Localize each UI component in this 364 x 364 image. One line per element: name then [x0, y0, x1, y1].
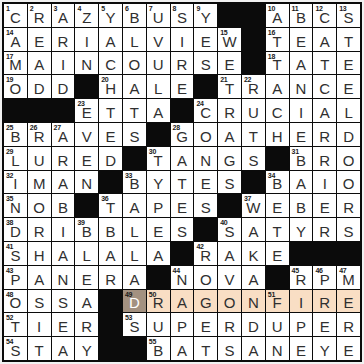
cell-r3c15[interactable]: E — [337, 52, 360, 75]
cell-r8c13[interactable]: A — [290, 171, 313, 194]
cell-r15c11[interactable]: A — [242, 337, 265, 360]
cell-r7c10[interactable]: G — [218, 147, 241, 170]
cell-r7c1[interactable]: 29L — [4, 147, 27, 170]
cell-r10c14[interactable]: R — [313, 218, 336, 241]
cell-r13c7[interactable]: 50R — [147, 290, 170, 313]
cell-letter: R — [337, 319, 360, 334]
cell-r6c12[interactable]: H — [266, 123, 289, 146]
cell-r1c1[interactable]: 1C — [4, 4, 27, 27]
cell-r4c15[interactable]: E — [337, 75, 360, 98]
cell-r14c7[interactable]: U — [147, 313, 170, 336]
cell-r6c8[interactable]: 28G — [171, 123, 194, 146]
cell-r4c1[interactable]: 19O — [4, 75, 27, 98]
cell-r12c14[interactable]: 46P — [313, 266, 336, 289]
cell-r12c2[interactable]: A — [28, 266, 51, 289]
cell-r9c10 — [218, 194, 241, 217]
cell-r12c6[interactable]: A — [123, 266, 146, 289]
cell-r3c1[interactable]: 17M — [4, 52, 27, 75]
cell-r5c10[interactable]: R — [218, 99, 241, 122]
cell-letter: E — [337, 57, 360, 72]
cell-r14c8[interactable]: P — [171, 313, 194, 336]
cell-letter: R — [313, 295, 336, 310]
cell-letter: I — [171, 34, 194, 49]
cell-r14c9[interactable]: E — [194, 313, 217, 336]
cell-letter: Y — [99, 10, 122, 25]
cell-letter: M — [337, 272, 360, 287]
cell-letter: I — [4, 176, 27, 191]
cell-r15c14[interactable]: Y — [313, 337, 336, 360]
cell-r7c12 — [266, 147, 289, 170]
cell-r11c5[interactable]: A — [99, 242, 122, 265]
cell-letter: L — [75, 248, 98, 263]
cell-r1c13[interactable]: 11B — [290, 4, 313, 27]
cell-r11c12[interactable]: E — [266, 242, 289, 265]
cell-r3c9[interactable]: S — [194, 52, 217, 75]
cell-letter: E — [194, 176, 217, 191]
cell-letter: S — [28, 295, 51, 310]
cell-letter: T — [99, 105, 122, 120]
cell-r9c13[interactable]: B — [290, 194, 313, 217]
cell-letter: Y — [290, 224, 313, 239]
cell-letter: B — [99, 224, 122, 239]
cell-r6c9[interactable]: O — [194, 123, 217, 146]
cell-letter: R — [171, 57, 194, 72]
cell-r8c10[interactable]: S — [218, 171, 241, 194]
cell-r1c10 — [218, 4, 241, 27]
cell-r9c1[interactable]: 35N — [4, 194, 27, 217]
cell-r10c2[interactable]: R — [28, 218, 51, 241]
cell-r7c11[interactable]: S — [242, 147, 265, 170]
cell-r2c4[interactable]: I — [75, 28, 98, 51]
cell-r2c14[interactable]: A — [313, 28, 336, 51]
cell-letter: T — [171, 176, 194, 191]
cell-letter: A — [266, 10, 289, 25]
cell-r13c9[interactable]: G — [194, 290, 217, 313]
cell-letter: R — [52, 34, 75, 49]
cell-r10c5[interactable]: B — [99, 218, 122, 241]
cell-r10c7[interactable]: E — [147, 218, 170, 241]
cell-letter: R — [313, 224, 336, 239]
cell-letter: A — [171, 153, 194, 168]
cell-letter: D — [4, 224, 27, 239]
cell-letter: T — [266, 57, 289, 72]
cell-letter: A — [218, 129, 241, 144]
cell-r8c3[interactable]: A — [52, 171, 75, 194]
cell-letter: A — [4, 34, 27, 49]
cell-r12c1[interactable]: 43P — [4, 266, 27, 289]
cell-letter: E — [99, 129, 122, 144]
cell-r1c7[interactable]: 7U — [147, 4, 170, 27]
cell-letter: P — [313, 272, 336, 287]
cell-letter: T — [28, 343, 51, 358]
cell-letter: R — [28, 129, 51, 144]
cell-letter: A — [242, 272, 265, 287]
cell-r10c6[interactable]: L — [123, 218, 146, 241]
cell-r3c12[interactable]: 18T — [266, 52, 289, 75]
cell-r7c15[interactable]: O — [337, 147, 360, 170]
cell-r9c5[interactable]: 36T — [99, 194, 122, 217]
cell-r2c3[interactable]: R — [52, 28, 75, 51]
cell-r11c9[interactable]: 42R — [194, 242, 217, 265]
cell-r8c2[interactable]: M — [28, 171, 51, 194]
cell-r1c4[interactable]: 4Z — [75, 4, 98, 27]
cell-letter: O — [194, 272, 217, 287]
cell-r3c14[interactable]: T — [313, 52, 336, 75]
cell-letter: A — [242, 224, 265, 239]
cell-letter: R — [194, 248, 217, 263]
cell-r12c13[interactable]: 45R — [290, 266, 313, 289]
cell-r9c11[interactable]: 37W — [242, 194, 265, 217]
cell-r13c6[interactable]: 49D — [123, 290, 146, 313]
cell-r2c8[interactable]: I — [171, 28, 194, 51]
cell-r12c15[interactable]: 47M — [337, 266, 360, 289]
cell-r4c9 — [194, 75, 217, 98]
cell-r14c3[interactable]: E — [52, 313, 75, 336]
cell-r10c3[interactable]: I — [52, 218, 75, 241]
cell-r14c2[interactable]: I — [28, 313, 51, 336]
cell-letter: N — [171, 272, 194, 287]
cell-r13c14[interactable]: R — [313, 290, 336, 313]
cell-letter: T — [337, 34, 360, 49]
cell-letter: E — [28, 34, 51, 49]
cell-r12c11[interactable]: A — [242, 266, 265, 289]
cell-r10c10[interactable]: 40S — [218, 218, 241, 241]
cell-r11c6[interactable]: L — [123, 242, 146, 265]
cell-r11c1[interactable]: 41S — [4, 242, 27, 265]
cell-r11c3[interactable]: A — [52, 242, 75, 265]
cell-r2c15[interactable]: T — [337, 28, 360, 51]
cell-r4c7[interactable]: L — [147, 75, 170, 98]
cell-r6c3[interactable]: 27A — [52, 123, 75, 146]
cell-r14c13[interactable]: P — [290, 313, 313, 336]
cell-r8c7[interactable]: Y — [147, 171, 170, 194]
cell-r11c10[interactable]: A — [218, 242, 241, 265]
cell-letter: N — [75, 57, 98, 72]
cell-letter: E — [194, 34, 217, 49]
cell-r5c12[interactable]: C — [266, 99, 289, 122]
cell-r2c2[interactable]: E — [28, 28, 51, 51]
cell-r8c4[interactable]: N — [75, 171, 98, 194]
cell-r6c13[interactable]: E — [290, 123, 313, 146]
cell-letter: U — [242, 105, 265, 120]
cell-r6c6[interactable]: S — [123, 123, 146, 146]
cell-r12c4[interactable]: E — [75, 266, 98, 289]
cell-r14c14[interactable]: E — [313, 313, 336, 336]
cell-r12c3[interactable]: N — [52, 266, 75, 289]
cell-letter: E — [52, 319, 75, 334]
cell-r4c6[interactable]: A — [123, 75, 146, 98]
cell-r6c2[interactable]: 26R — [28, 123, 51, 146]
cell-r1c6[interactable]: 6B — [123, 4, 146, 27]
cell-letter: D — [123, 295, 146, 310]
cell-letter: T — [313, 57, 336, 72]
cell-r15c1[interactable]: 54S — [4, 337, 27, 360]
cell-r11c4[interactable]: L — [75, 242, 98, 265]
cell-r9c15[interactable]: R — [337, 194, 360, 217]
cell-r5c9[interactable]: 24C — [194, 99, 217, 122]
cell-letter: A — [123, 272, 146, 287]
cell-letter: A — [99, 34, 122, 49]
cell-r13c2[interactable]: S — [28, 290, 51, 313]
cell-letter: R — [242, 81, 265, 96]
cell-letter: S — [52, 295, 75, 310]
cell-letter: E — [171, 81, 194, 96]
cell-letter: S — [218, 343, 241, 358]
cell-r7c5[interactable]: D — [99, 147, 122, 170]
cell-letter: O — [337, 176, 360, 191]
cell-r9c12[interactable]: E — [266, 194, 289, 217]
cell-r2c7[interactable]: V — [147, 28, 170, 51]
cell-r9c2[interactable]: O — [28, 194, 51, 217]
cell-r11c2[interactable]: H — [28, 242, 51, 265]
cell-r4c3[interactable]: D — [52, 75, 75, 98]
cell-r15c10[interactable]: S — [218, 337, 241, 360]
cell-letter: E — [337, 81, 360, 96]
cell-r7c9[interactable]: N — [194, 147, 217, 170]
cell-letter: N — [266, 343, 289, 358]
cell-r4c10[interactable]: 21T — [218, 75, 241, 98]
cell-r13c11[interactable]: N — [242, 290, 265, 313]
cell-r8c8[interactable]: T — [171, 171, 194, 194]
cell-r15c7[interactable]: 55B — [147, 337, 170, 360]
cell-r10c12[interactable]: T — [266, 218, 289, 241]
cell-letter: O — [28, 200, 51, 215]
cell-r4c2[interactable]: D — [28, 75, 51, 98]
cell-r13c15[interactable]: E — [337, 290, 360, 313]
cell-r5c7[interactable]: A — [147, 99, 170, 122]
cell-r15c8[interactable]: A — [171, 337, 194, 360]
cell-r4c12[interactable]: A — [266, 75, 289, 98]
cell-letter: C — [99, 57, 122, 72]
cell-r9c6[interactable]: A — [123, 194, 146, 217]
cell-r3c8[interactable]: R — [171, 52, 194, 75]
cell-r11c7[interactable]: A — [147, 242, 170, 265]
cell-r5c4[interactable]: 23E — [75, 99, 98, 122]
cell-letter: P — [290, 319, 313, 334]
cell-letter: I — [290, 105, 313, 120]
cell-r8c15[interactable]: O — [337, 171, 360, 194]
cell-r13c1[interactable]: 48O — [4, 290, 27, 313]
cell-letter: F — [266, 295, 289, 310]
cell-r3c7[interactable]: U — [147, 52, 170, 75]
cell-r9c9[interactable]: S — [194, 194, 217, 217]
cell-r14c6[interactable]: 53S — [123, 313, 146, 336]
cell-letter: C — [313, 10, 336, 25]
cell-r3c6[interactable]: O — [123, 52, 146, 75]
cell-r2c12[interactable]: 16T — [266, 28, 289, 51]
cell-r15c12[interactable]: N — [266, 337, 289, 360]
cell-letter: S — [337, 10, 360, 25]
cell-letter: B — [123, 10, 146, 25]
cell-r8c14[interactable]: I — [313, 171, 336, 194]
cell-r8c12[interactable]: 34B — [266, 171, 289, 194]
cell-r11c11[interactable]: K — [242, 242, 265, 265]
cell-r14c12[interactable]: U — [266, 313, 289, 336]
cell-r14c10[interactable]: R — [218, 313, 241, 336]
cell-r7c2[interactable]: U — [28, 147, 51, 170]
cell-r5c6[interactable]: T — [123, 99, 146, 122]
cell-r3c3[interactable]: I — [52, 52, 75, 75]
cell-letter: C — [313, 81, 336, 96]
cell-r8c9[interactable]: E — [194, 171, 217, 194]
cell-r8c6[interactable]: 33B — [123, 171, 146, 194]
cell-r13c10[interactable]: O — [218, 290, 241, 313]
cell-r9c14[interactable]: E — [313, 194, 336, 217]
cell-letter: A — [52, 343, 75, 358]
cell-r10c15[interactable]: S — [337, 218, 360, 241]
cell-r10c13[interactable]: Y — [290, 218, 313, 241]
cell-letter: O — [4, 295, 27, 310]
cell-r6c1[interactable]: 25B — [4, 123, 27, 146]
cell-letter: N — [194, 153, 217, 168]
cell-letter: H — [266, 129, 289, 144]
cell-r7c8[interactable]: A — [171, 147, 194, 170]
cell-r3c10[interactable]: E — [218, 52, 241, 75]
cell-r4c13[interactable]: N — [290, 75, 313, 98]
cell-r6c11[interactable]: T — [242, 123, 265, 146]
cell-r3c5[interactable]: C — [99, 52, 122, 75]
cell-r1c8[interactable]: 8S — [171, 4, 194, 27]
cell-r2c5[interactable]: A — [99, 28, 122, 51]
cell-r5c13[interactable]: I — [290, 99, 313, 122]
cell-letter: I — [52, 57, 75, 72]
cell-letter: Y — [75, 343, 98, 358]
cell-letter: E — [313, 200, 336, 215]
cell-r1c14[interactable]: 12C — [313, 4, 336, 27]
cell-r12c5[interactable]: R — [99, 266, 122, 289]
cell-letter: C — [194, 105, 217, 120]
cell-r13c8[interactable]: A — [171, 290, 194, 313]
cell-r10c1[interactable]: 38D — [4, 218, 27, 241]
cell-r10c8[interactable]: S — [171, 218, 194, 241]
cell-r3c2[interactable]: A — [28, 52, 51, 75]
cell-r4c11[interactable]: 22R — [242, 75, 265, 98]
cell-letter: W — [218, 34, 241, 49]
cell-r2c13[interactable]: E — [290, 28, 313, 51]
cell-r13c12[interactable]: 51F — [266, 290, 289, 313]
cell-r3c13[interactable]: A — [290, 52, 313, 75]
cell-letter: S — [123, 129, 146, 144]
cell-r15c3[interactable]: A — [52, 337, 75, 360]
cell-r5c14[interactable]: A — [313, 99, 336, 122]
cell-r4c14[interactable]: C — [313, 75, 336, 98]
cell-r12c10[interactable]: V — [218, 266, 241, 289]
cell-r7c4[interactable]: E — [75, 147, 98, 170]
cell-r10c9 — [194, 218, 217, 241]
cell-r12c7 — [147, 266, 170, 289]
cell-r14c11[interactable]: D — [242, 313, 265, 336]
cell-letter: R — [28, 10, 51, 25]
cell-r15c13[interactable]: E — [290, 337, 313, 360]
cell-letter: R — [313, 153, 336, 168]
cell-r5c5[interactable]: T — [99, 99, 122, 122]
cell-r1c12[interactable]: 10A — [266, 4, 289, 27]
cell-letter: E — [147, 224, 170, 239]
cell-letter: M — [4, 57, 27, 72]
cell-r3c4[interactable]: N — [75, 52, 98, 75]
cell-r1c5[interactable]: 5Y — [99, 4, 122, 27]
cell-r1c15[interactable]: 13S — [337, 4, 360, 27]
cell-r2c1[interactable]: 14A — [4, 28, 27, 51]
cell-r15c4[interactable]: Y — [75, 337, 98, 360]
cell-r14c15[interactable]: R — [337, 313, 360, 336]
cell-r2c11 — [242, 28, 265, 51]
cell-letter: E — [266, 200, 289, 215]
cell-letter: E — [75, 105, 98, 120]
cell-letter: B — [123, 176, 146, 191]
cell-letter: H — [99, 81, 122, 96]
cell-letter: N — [52, 272, 75, 287]
cell-r2c9[interactable]: E — [194, 28, 217, 51]
cell-r10c4[interactable]: 39B — [75, 218, 98, 241]
cell-r7c3[interactable]: R — [52, 147, 75, 170]
cell-r4c5[interactable]: 20H — [99, 75, 122, 98]
cell-r6c4[interactable]: V — [75, 123, 98, 146]
cell-r12c8[interactable]: 44N — [171, 266, 194, 289]
cell-letter: B — [290, 10, 313, 25]
cell-r9c3[interactable]: B — [52, 194, 75, 217]
cell-letter: A — [242, 343, 265, 358]
cell-letter: S — [4, 248, 27, 263]
cell-r14c4[interactable]: R — [75, 313, 98, 336]
cell-r7c13[interactable]: 31B — [290, 147, 313, 170]
cell-r6c15[interactable]: D — [337, 123, 360, 146]
cell-r6c10[interactable]: A — [218, 123, 241, 146]
cell-letter: A — [218, 248, 241, 263]
cell-r13c4[interactable]: A — [75, 290, 98, 313]
cell-r13c3[interactable]: S — [52, 290, 75, 313]
cell-r2c10[interactable]: 15W — [218, 28, 241, 51]
cell-r7c14[interactable]: R — [313, 147, 336, 170]
cell-letter: Y — [313, 343, 336, 358]
cell-r4c8[interactable]: E — [171, 75, 194, 98]
cell-r15c9[interactable]: T — [194, 337, 217, 360]
cell-r15c5 — [99, 337, 122, 360]
cell-r1c2[interactable]: 2R — [28, 4, 51, 27]
cell-r1c9[interactable]: 9Y — [194, 4, 217, 27]
cell-letter: I — [313, 176, 336, 191]
cell-r2c6[interactable]: L — [123, 28, 146, 51]
cell-r14c1[interactable]: 52T — [4, 313, 27, 336]
cell-letter: G — [194, 295, 217, 310]
cell-r5c11[interactable]: U — [242, 99, 265, 122]
cell-r7c7[interactable]: 30T — [147, 147, 170, 170]
cell-letter: O — [194, 129, 217, 144]
cell-letter: A — [52, 248, 75, 263]
cell-r9c7[interactable]: P — [147, 194, 170, 217]
cell-r15c15[interactable]: E — [337, 337, 360, 360]
cell-letter: L — [147, 81, 170, 96]
cell-letter: R — [75, 319, 98, 334]
cell-r5c15[interactable]: L — [337, 99, 360, 122]
cell-r6c5[interactable]: E — [99, 123, 122, 146]
cell-letter: S — [242, 153, 265, 168]
cell-r11c15 — [337, 242, 360, 265]
cell-letter: D — [99, 153, 122, 168]
cell-r1c3[interactable]: 3A — [52, 4, 75, 27]
cell-letter: U — [147, 57, 170, 72]
cell-r12c9[interactable]: O — [194, 266, 217, 289]
cell-letter: A — [313, 34, 336, 49]
cell-letter: E — [290, 343, 313, 358]
cell-r9c8[interactable]: E — [171, 194, 194, 217]
cell-r13c13[interactable]: I — [290, 290, 313, 313]
cell-r15c2[interactable]: T — [28, 337, 51, 360]
cell-r8c1[interactable]: 32I — [4, 171, 27, 194]
cell-r10c11[interactable]: A — [242, 218, 265, 241]
cell-letter: A — [52, 129, 75, 144]
cell-r6c14[interactable]: R — [313, 123, 336, 146]
